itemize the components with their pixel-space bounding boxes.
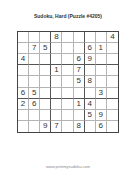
- cell-r5c3-empty: [40, 76, 51, 87]
- cell-r3c2-empty: [29, 54, 40, 65]
- cell-r2c3-given: 5: [40, 43, 51, 54]
- cell-r1c8-empty: [96, 32, 107, 43]
- footer-url: www.printmysudoku.com: [0, 164, 136, 169]
- cell-r7c1-given: 2: [18, 99, 29, 110]
- cell-r4c7-empty: [85, 65, 96, 76]
- cell-r7c3-empty: [40, 99, 51, 110]
- cell-r6c5-empty: [62, 88, 73, 99]
- cell-r4c3-empty: [40, 65, 51, 76]
- cell-r1c1-empty: [18, 32, 29, 43]
- cell-r2c7-given: 6: [85, 43, 96, 54]
- cell-r6c8-given: 3: [96, 88, 107, 99]
- cell-r6c3-empty: [40, 88, 51, 99]
- cell-r7c4-empty: [51, 99, 62, 110]
- cell-r5c1-empty: [18, 76, 29, 87]
- cell-r6c6-empty: [74, 88, 85, 99]
- cell-r3c6-given: 6: [74, 54, 85, 65]
- cell-r8c4-empty: [51, 110, 62, 121]
- cell-r9c1-empty: [18, 121, 29, 132]
- cell-r2c8-given: 1: [96, 43, 107, 54]
- cell-r6c1-given: 6: [18, 88, 29, 99]
- cell-r2c4-empty: [51, 43, 62, 54]
- cell-r6c9-empty: [107, 88, 118, 99]
- cell-r7c5-empty: [62, 99, 73, 110]
- cell-r4c8-empty: [96, 65, 107, 76]
- cell-r7c9-empty: [107, 99, 118, 110]
- cell-r6c7-empty: [85, 88, 96, 99]
- puzzle-page: Sudoku, Hard (Puzzle #4205) 847561469175…: [0, 0, 136, 176]
- cell-r3c8-empty: [96, 54, 107, 65]
- cell-r4c5-empty: [62, 65, 73, 76]
- cell-r3c7-given: 9: [85, 54, 96, 65]
- cell-r5c2-empty: [29, 76, 40, 87]
- cell-r3c1-given: 4: [18, 54, 29, 65]
- cell-r9c2-empty: [29, 121, 40, 132]
- cell-r5c5-empty: [62, 76, 73, 87]
- cell-r8c6-empty: [74, 110, 85, 121]
- cell-r5c8-empty: [96, 76, 107, 87]
- cell-r8c5-empty: [62, 110, 73, 121]
- cell-r8c3-empty: [40, 110, 51, 121]
- cell-r4c2-empty: [29, 65, 40, 76]
- cell-r9c3-given: 9: [40, 121, 51, 132]
- cell-r2c9-empty: [107, 43, 118, 54]
- cell-r9c6-given: 8: [74, 121, 85, 132]
- cell-r2c6-empty: [74, 43, 85, 54]
- cell-r5c4-empty: [51, 76, 62, 87]
- cell-r7c6-given: 1: [74, 99, 85, 110]
- cell-r2c5-empty: [62, 43, 73, 54]
- cell-r4c1-empty: [18, 65, 29, 76]
- cell-r9c9-empty: [107, 121, 118, 132]
- cell-r1c3-empty: [40, 32, 51, 43]
- puzzle-title: Sudoku, Hard (Puzzle #4205): [0, 13, 136, 20]
- cell-r4c6-given: 7: [74, 65, 85, 76]
- cell-r6c4-empty: [51, 88, 62, 99]
- cell-r7c8-empty: [96, 99, 107, 110]
- cell-r1c9-given: 4: [107, 32, 118, 43]
- cell-r2c1-empty: [18, 43, 29, 54]
- cell-r5c7-given: 8: [85, 76, 96, 87]
- cell-r2c2-given: 7: [29, 43, 40, 54]
- cell-r7c7-given: 4: [85, 99, 96, 110]
- cell-r8c9-empty: [107, 110, 118, 121]
- cell-r5c6-given: 5: [74, 76, 85, 87]
- cell-r7c2-given: 6: [29, 99, 40, 110]
- cell-r1c5-empty: [62, 32, 73, 43]
- cell-r4c4-given: 1: [51, 65, 62, 76]
- cell-r9c8-given: 6: [96, 121, 107, 132]
- cell-r1c6-empty: [74, 32, 85, 43]
- cell-r8c7-given: 5: [85, 110, 96, 121]
- cell-r8c1-empty: [18, 110, 29, 121]
- cell-r3c9-empty: [107, 54, 118, 65]
- sudoku-board: 84756146917586532614599786: [17, 31, 119, 133]
- cell-r3c3-empty: [40, 54, 51, 65]
- cell-r1c2-empty: [29, 32, 40, 43]
- cell-r9c5-empty: [62, 121, 73, 132]
- cell-r5c9-empty: [107, 76, 118, 87]
- cell-r1c4-given: 8: [51, 32, 62, 43]
- cell-r3c5-empty: [62, 54, 73, 65]
- cell-r6c2-given: 5: [29, 88, 40, 99]
- cell-r1c7-empty: [85, 32, 96, 43]
- cell-r9c4-given: 7: [51, 121, 62, 132]
- cell-r3c4-empty: [51, 54, 62, 65]
- cell-r8c8-given: 9: [96, 110, 107, 121]
- cell-r9c7-empty: [85, 121, 96, 132]
- cell-r4c9-empty: [107, 65, 118, 76]
- cell-r8c2-empty: [29, 110, 40, 121]
